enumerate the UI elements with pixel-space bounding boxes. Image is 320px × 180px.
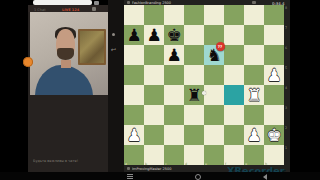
home-icon[interactable] <box>195 174 201 180</box>
square-e2[interactable] <box>204 125 224 145</box>
rank-label-1: 1 <box>285 146 288 150</box>
piece-white-rook-g4[interactable]: ♜ <box>244 85 264 105</box>
square-c1[interactable]: c <box>164 145 184 165</box>
player-status-icon <box>127 167 130 170</box>
piece-black-pawn-c6[interactable]: ♟ <box>164 45 184 65</box>
square-g8[interactable] <box>244 5 264 25</box>
panel-settings-icon[interactable] <box>92 7 96 11</box>
piece-black-pawn-b7[interactable]: ♟ <box>144 25 164 45</box>
square-e1[interactable]: e <box>204 145 224 165</box>
square-b7[interactable]: ♟ <box>144 25 164 45</box>
square-f7[interactable] <box>224 25 244 45</box>
square-f2[interactable] <box>224 125 244 145</box>
square-g3[interactable] <box>244 105 264 125</box>
square-b5[interactable] <box>144 65 164 85</box>
square-f4[interactable] <box>224 85 244 105</box>
square-g7[interactable] <box>244 25 264 45</box>
square-h8[interactable] <box>264 5 284 25</box>
opponent-status-icon <box>127 1 130 4</box>
chess-board[interactable]: ♟♟♚♟♞♟♜♜♟♟♚abcdefgh <box>124 5 284 165</box>
square-e6[interactable]: ♞ <box>204 45 224 65</box>
rank-label-3: 3 <box>285 106 288 110</box>
square-a1[interactable]: a <box>124 145 144 165</box>
player-name[interactable]: ImProvingMaster 2500 <box>132 167 171 171</box>
square-g2[interactable]: ♟ <box>244 125 264 145</box>
piece-black-rook-d4[interactable]: ♜ <box>184 85 204 105</box>
square-a4[interactable] <box>124 85 144 105</box>
square-b1[interactable]: b <box>144 145 164 165</box>
rail-dot-icon[interactable] <box>112 33 115 36</box>
reply-arrow-icon[interactable]: ↩ <box>111 46 116 53</box>
square-h6[interactable] <box>264 45 284 65</box>
square-f3[interactable] <box>224 105 244 125</box>
rank-label-7: 7 <box>285 26 288 30</box>
chat-notice: Будьте вежливы в чате! <box>33 159 78 163</box>
square-h1[interactable]: h <box>264 145 284 165</box>
square-h4[interactable] <box>264 85 284 105</box>
square-c7[interactable]: ♚ <box>164 25 184 45</box>
square-c3[interactable] <box>164 105 184 125</box>
square-c5[interactable] <box>164 65 184 85</box>
square-h7[interactable] <box>264 25 284 45</box>
piece-black-pawn-a7[interactable]: ♟ <box>124 25 144 45</box>
square-e5[interactable] <box>204 65 224 85</box>
clock-icon <box>252 1 256 4</box>
square-d5[interactable] <box>184 65 204 85</box>
rank-label-4: 4 <box>285 86 288 90</box>
streamer-beard <box>57 48 74 60</box>
square-c8[interactable] <box>164 5 184 25</box>
orange-notification-icon[interactable] <box>23 57 33 67</box>
square-c4[interactable] <box>164 85 184 105</box>
square-a3[interactable] <box>124 105 144 125</box>
square-h2[interactable]: ♚ <box>264 125 284 145</box>
square-f6[interactable] <box>224 45 244 65</box>
streamer-torso <box>35 65 93 95</box>
browser-menu-icon[interactable] <box>94 1 99 5</box>
square-e7[interactable] <box>204 25 224 45</box>
square-a7[interactable]: ♟ <box>124 25 144 45</box>
menu-icon[interactable] <box>127 174 133 175</box>
square-e8[interactable] <box>204 5 224 25</box>
streamer-neck <box>61 60 71 68</box>
square-e3[interactable] <box>204 105 224 125</box>
piece-black-king-c7[interactable]: ♚ <box>164 25 184 45</box>
square-g4[interactable]: ♜ <box>244 85 264 105</box>
square-d4[interactable]: ♜ <box>184 85 204 105</box>
square-e4[interactable] <box>204 85 224 105</box>
square-d1[interactable]: d <box>184 145 204 165</box>
rank-coordinates-strip: 87654321 <box>284 5 290 165</box>
picture-frame <box>78 29 106 65</box>
piece-white-pawn-a2[interactable]: ♟ <box>124 125 144 145</box>
square-a6[interactable] <box>124 45 144 65</box>
piece-white-pawn-h5[interactable]: ♟ <box>264 65 284 85</box>
square-h5[interactable]: ♟ <box>264 65 284 85</box>
square-c2[interactable] <box>164 125 184 145</box>
android-nav-bar <box>0 172 320 180</box>
screen: 1 Chat LIVE 124 ↩ Будьте вежливы в чате!… <box>0 0 320 180</box>
square-a2[interactable]: ♟ <box>124 125 144 145</box>
side-rail: ↩ <box>108 0 124 172</box>
square-b4[interactable] <box>144 85 164 105</box>
piece-white-king-h2[interactable]: ♚ <box>264 125 284 145</box>
rank-label-8: 8 <box>285 6 288 10</box>
square-h3[interactable] <box>264 105 284 125</box>
rank-label-5: 5 <box>285 66 288 70</box>
square-d6[interactable] <box>184 45 204 65</box>
address-bar[interactable] <box>33 0 92 5</box>
square-b3[interactable] <box>144 105 164 125</box>
square-d8[interactable] <box>184 5 204 25</box>
square-f1[interactable]: f <box>224 145 244 165</box>
square-g1[interactable]: g <box>244 145 264 165</box>
square-c6[interactable]: ♟ <box>164 45 184 65</box>
square-f8[interactable] <box>224 5 244 25</box>
square-f5[interactable] <box>224 65 244 85</box>
square-g5[interactable] <box>244 65 264 85</box>
piece-black-knight-e6[interactable]: ♞ <box>204 45 224 65</box>
square-d7[interactable] <box>184 25 204 45</box>
opponent-name[interactable]: FashionBranding 2500 <box>132 1 171 5</box>
square-a5[interactable] <box>124 65 144 85</box>
square-a8[interactable] <box>124 5 144 25</box>
back-icon[interactable] <box>263 174 267 180</box>
square-b2[interactable] <box>144 125 164 145</box>
rank-label-2: 2 <box>285 126 288 130</box>
square-g6[interactable] <box>244 45 264 65</box>
square-b6[interactable] <box>144 45 164 65</box>
webcam-video <box>30 12 108 95</box>
square-d2[interactable] <box>184 125 204 145</box>
piece-white-pawn-g2[interactable]: ♟ <box>244 125 264 145</box>
square-b8[interactable] <box>144 5 164 25</box>
square-d3[interactable] <box>184 105 204 125</box>
rank-label-6: 6 <box>285 46 288 50</box>
